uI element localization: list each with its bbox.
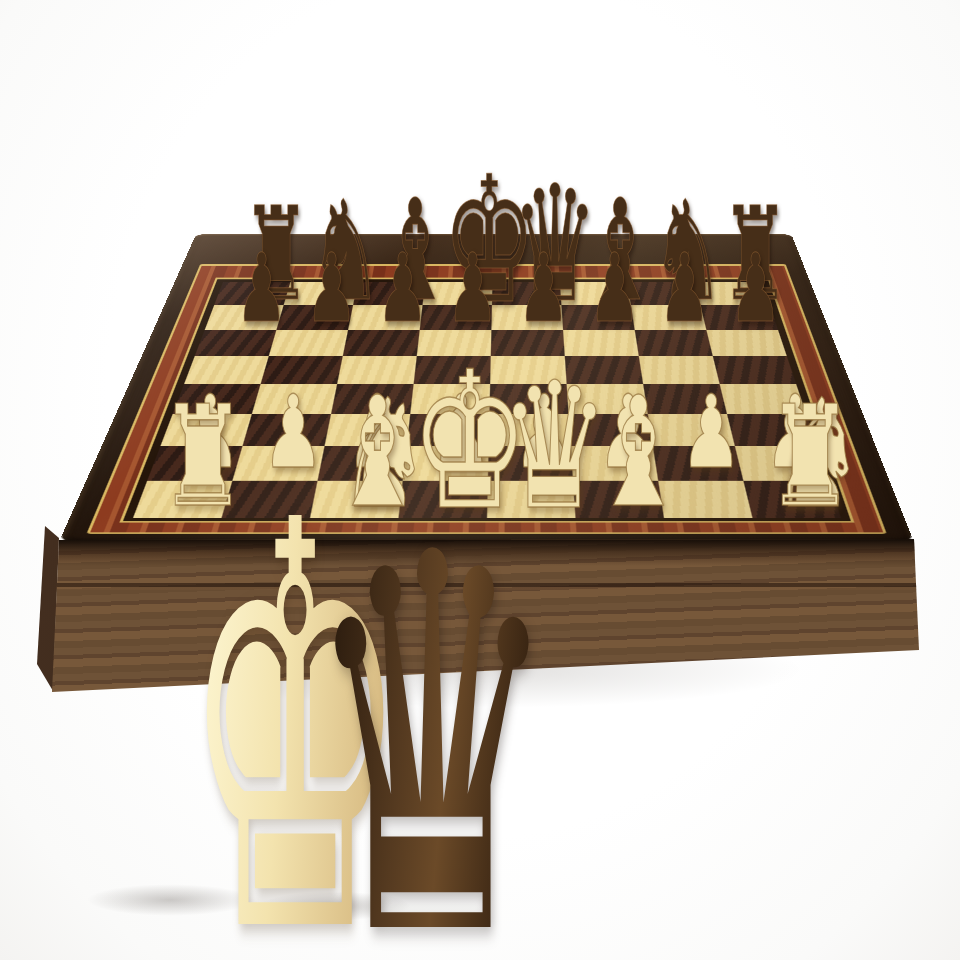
black-pawn: ♟ (447, 241, 499, 336)
black-pawn: ♟ (235, 241, 287, 336)
black-pawn: ♟ (306, 241, 358, 336)
product-photo-stage: ♜♞♝♚♛♝♞♜♟♟♟♟♟♟♟♟♟♟♟♟♟♟♟♟♜♞♝♚♛♝♞♜ ♚♛ (0, 0, 960, 960)
black-pawn: ♟ (658, 241, 710, 336)
black-pawn: ♟ (729, 241, 781, 336)
black-pawn: ♟ (376, 241, 428, 336)
white-rook: ♜ (766, 387, 854, 527)
dark-queen-display: ♛ (304, 487, 560, 960)
black-pawn: ♟ (517, 241, 569, 336)
white-pawn: ♟ (681, 382, 743, 483)
black-pawn: ♟ (588, 241, 640, 336)
white-bishop: ♝ (590, 377, 685, 529)
